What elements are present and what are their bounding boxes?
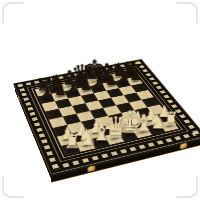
board-tilt: ♜♞♝♛♚♝♞♜♟♟♟♟♟♟♟♟♟♟♟♟♟♟♟♟♜♞♝♛♚♝♞♜ (13, 59, 200, 174)
brass-clasp-icon (88, 165, 96, 172)
corner-bracket-icon (2, 2, 24, 24)
corner-bracket-icon (176, 2, 198, 24)
product-photo: ♜♞♝♛♚♝♞♜♟♟♟♟♟♟♟♟♟♟♟♟♟♟♟♟♜♞♝♛♚♝♞♜ (0, 0, 200, 200)
brass-clasp-icon (180, 143, 187, 150)
piece-glyph: ♜ (50, 131, 95, 151)
corner-bracket-icon (2, 176, 24, 198)
corner-bracket-icon (176, 176, 198, 198)
piece-glyph: ♟ (28, 86, 67, 101)
